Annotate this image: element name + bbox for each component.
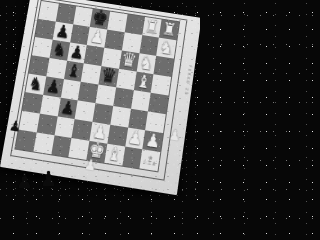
board-edge-print-label: FERKO 25 (184, 65, 193, 96)
captured-black-pawn-table-1: ♟ (16, 170, 33, 191)
piece-white-n-h7: ♞ (158, 38, 175, 57)
piece-black-q-e5: ♛ (100, 65, 118, 86)
piece-white-p-e2: ♟ (91, 122, 108, 142)
piece-white-r-g8: ♜ (144, 17, 161, 36)
photo-chessboard-scene: { "game": "chess", "scene": "overhead gr… (0, 0, 200, 200)
square-h1: ♔♘♖♗ (140, 149, 161, 171)
piece-black-n-b6: ♞ (51, 40, 68, 59)
piece-white-p-d7: ♟ (89, 27, 106, 46)
maker-emblem-logo: ♔♘♖♗ (140, 149, 161, 171)
piece-white-r-h8: ♜ (161, 20, 177, 39)
piece-white-b-f1: ♝ (106, 144, 123, 164)
piece-black-b-c5: ♝ (65, 61, 82, 81)
piece-white-b-g5: ♝ (135, 72, 152, 92)
chess-board-grid: ♚♜♜♟♟♞♞♟♛♞♝♛♝♞♟♟♟♟♟♚♝♔♘♖♗ (14, 0, 180, 172)
board-sheet: ♚♜♜♟♟♞♞♟♛♞♝♛♝♞♟♟♟♟♟♚♝♔♘♖♗ FERKO 25 ♟♟♟ (0, 0, 200, 195)
piece-black-p-c3: ♟ (59, 98, 76, 118)
piece-white-n-g6: ♞ (138, 53, 155, 73)
piece-white-p-h2: ♟ (144, 130, 161, 150)
captured-white-pawn-bottom-border: ♟ (83, 157, 97, 173)
piece-black-n-a4: ♞ (27, 74, 44, 94)
captured-white-pawn-right-border: ♟ (168, 127, 182, 143)
piece-black-p-b4: ♟ (45, 76, 62, 96)
board-frame: ♚♜♜♟♟♞♞♟♛♞♝♛♝♞♟♟♟♟♟♚♝♔♘♖♗ (10, 0, 187, 181)
piece-white-p-g2: ♟ (127, 128, 144, 148)
captured-black-pawn-table-2: ♟ (40, 168, 57, 189)
piece-black-p-c6: ♟ (68, 42, 85, 61)
piece-white-q-f6: ♛ (120, 49, 138, 70)
captured-black-pawn-left-border: ♟ (8, 118, 22, 134)
piece-black-p-b7: ♟ (54, 22, 71, 41)
